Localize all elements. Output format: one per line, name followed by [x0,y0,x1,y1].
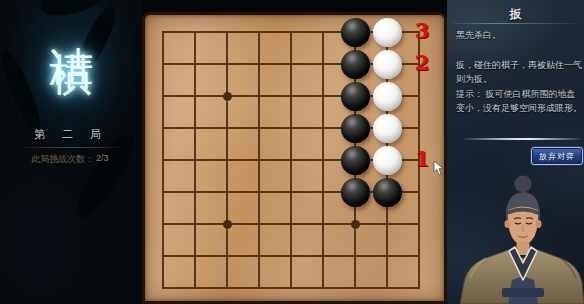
button-divider [463,138,581,140]
go-puzzle-screen: 诘棋 第 二 局 此局挑战次数： 2/3 321 扳 黑先杀白。 扳，碰住的棋子… [0,0,584,304]
puzzle-hint: 提示： 扳可使白棋所围的地盘变小，没有足够空间形成眼形。 [456,87,582,116]
move-number-mark: 2 [415,52,430,73]
npc-portrait [452,170,584,304]
ink-splash-decoration [0,48,45,134]
game-title-calligraphy: 诘棋 [46,12,98,24]
left-panel: 诘棋 第 二 局 此局挑战次数： 2/3 [0,0,142,304]
marks-layer: 321 [147,16,435,304]
round-label: 第 二 局 [0,127,142,142]
give-up-button[interactable]: 放弃对弈 [531,147,583,165]
title-underline [453,23,577,24]
move-number-mark: 1 [415,148,430,169]
left-panel-divider [20,147,124,148]
ink-splash-decoration [69,128,142,223]
technique-definition: 扳，碰住的棋子，再被贴住一气则为扳。 [456,58,582,87]
puzzle-technique-title: 扳 [447,6,584,23]
move-number-mark: 3 [415,20,430,41]
right-panel: 扳 黑先杀白。 扳，碰住的棋子，再被贴住一气则为扳。 提示： 扳可使白棋所围的地… [447,0,584,304]
puzzle-description: 黑先杀白。 扳，碰住的棋子，再被贴住一气则为扳。 提示： 扳可使白棋所围的地盘变… [456,28,582,116]
attempts-label: 此局挑战次数： [31,153,94,166]
go-board[interactable]: 321 [142,12,447,304]
puzzle-objective: 黑先杀白。 [456,28,582,43]
attempts-value: 2/3 [96,153,109,163]
mouse-cursor-icon [433,161,444,176]
